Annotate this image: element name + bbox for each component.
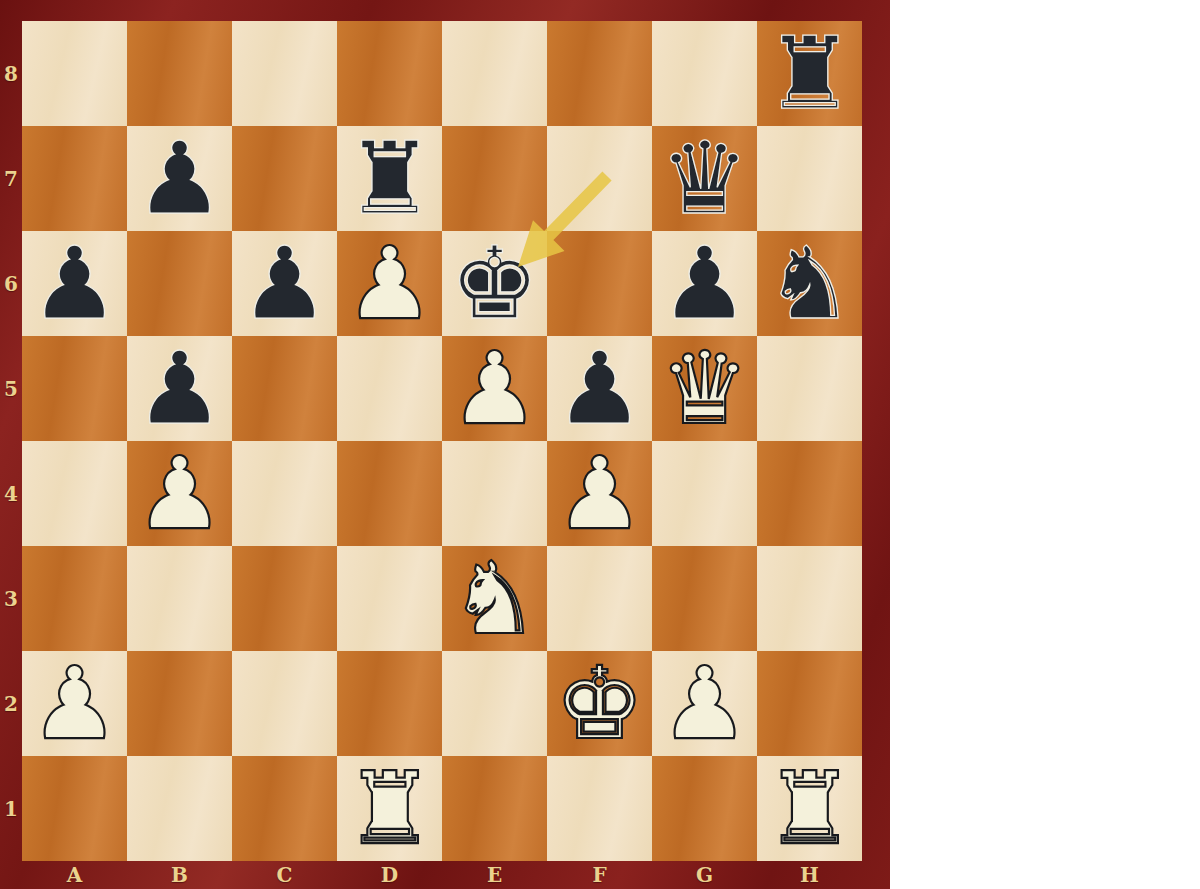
black-queen: ♛ — [660, 126, 750, 231]
file-label-d: D — [337, 861, 442, 889]
rank-label-5: 5 — [0, 336, 22, 441]
square-g8[interactable] — [652, 21, 757, 126]
rank-label-6: 6 — [0, 231, 22, 336]
board-grid: ♜♟♜♛♟♟♟♚♟♞♟♟♟♛♟♟♞♟♚♟♜♜ — [22, 21, 862, 861]
rank-label-3: 3 — [0, 546, 22, 651]
white-rook: ♜ — [345, 756, 435, 861]
square-c7[interactable] — [232, 126, 337, 231]
white-king: ♚ — [555, 651, 645, 756]
square-b4[interactable]: ♟ — [127, 441, 232, 546]
black-rook: ♜ — [765, 21, 855, 126]
square-e1[interactable] — [442, 756, 547, 861]
rank-label-1: 1 — [0, 756, 22, 861]
square-h8[interactable]: ♜ — [757, 21, 862, 126]
square-g5[interactable]: ♛ — [652, 336, 757, 441]
white-pawn: ♟ — [555, 441, 645, 546]
square-g4[interactable] — [652, 441, 757, 546]
white-rook: ♜ — [765, 756, 855, 861]
square-b8[interactable] — [127, 21, 232, 126]
square-g7[interactable]: ♛ — [652, 126, 757, 231]
white-pawn: ♟ — [660, 651, 750, 756]
square-a8[interactable] — [22, 21, 127, 126]
square-b6[interactable] — [127, 231, 232, 336]
rank-label-2: 2 — [0, 651, 22, 756]
square-f7[interactable] — [547, 126, 652, 231]
square-b2[interactable] — [127, 651, 232, 756]
file-label-c: C — [232, 861, 337, 889]
square-c2[interactable] — [232, 651, 337, 756]
square-c5[interactable] — [232, 336, 337, 441]
square-g3[interactable] — [652, 546, 757, 651]
square-d2[interactable] — [337, 651, 442, 756]
square-b5[interactable]: ♟ — [127, 336, 232, 441]
square-h5[interactable] — [757, 336, 862, 441]
rank-label-8: 8 — [0, 21, 22, 126]
black-pawn: ♟ — [135, 126, 225, 231]
square-h2[interactable] — [757, 651, 862, 756]
square-b3[interactable] — [127, 546, 232, 651]
white-pawn: ♟ — [135, 441, 225, 546]
black-pawn: ♟ — [240, 231, 330, 336]
square-f1[interactable] — [547, 756, 652, 861]
black-king: ♚ — [450, 231, 540, 336]
square-h3[interactable] — [757, 546, 862, 651]
square-d8[interactable] — [337, 21, 442, 126]
square-d6[interactable]: ♟ — [337, 231, 442, 336]
square-h4[interactable] — [757, 441, 862, 546]
white-pawn: ♟ — [30, 651, 120, 756]
square-c6[interactable]: ♟ — [232, 231, 337, 336]
square-h1[interactable]: ♜ — [757, 756, 862, 861]
square-b1[interactable] — [127, 756, 232, 861]
black-knight: ♞ — [765, 231, 855, 336]
square-g1[interactable] — [652, 756, 757, 861]
square-a2[interactable]: ♟ — [22, 651, 127, 756]
square-e8[interactable] — [442, 21, 547, 126]
square-e3[interactable]: ♞ — [442, 546, 547, 651]
square-g6[interactable]: ♟ — [652, 231, 757, 336]
square-f6[interactable] — [547, 231, 652, 336]
square-e2[interactable] — [442, 651, 547, 756]
file-label-g: G — [652, 861, 757, 889]
square-d5[interactable] — [337, 336, 442, 441]
white-pawn: ♟ — [450, 336, 540, 441]
black-pawn: ♟ — [660, 231, 750, 336]
file-label-h: H — [757, 861, 862, 889]
square-e5[interactable]: ♟ — [442, 336, 547, 441]
square-d1[interactable]: ♜ — [337, 756, 442, 861]
square-f4[interactable]: ♟ — [547, 441, 652, 546]
square-b7[interactable]: ♟ — [127, 126, 232, 231]
file-label-e: E — [442, 861, 547, 889]
square-a1[interactable] — [22, 756, 127, 861]
square-a6[interactable]: ♟ — [22, 231, 127, 336]
square-a7[interactable] — [22, 126, 127, 231]
square-e7[interactable] — [442, 126, 547, 231]
square-f5[interactable]: ♟ — [547, 336, 652, 441]
chess-board: ♜♟♜♛♟♟♟♚♟♞♟♟♟♛♟♟♞♟♚♟♜♜ 87654321ABCDEFGH — [0, 0, 890, 889]
square-g2[interactable]: ♟ — [652, 651, 757, 756]
square-d4[interactable] — [337, 441, 442, 546]
file-label-f: F — [547, 861, 652, 889]
white-queen: ♛ — [660, 336, 750, 441]
square-d7[interactable]: ♜ — [337, 126, 442, 231]
square-c3[interactable] — [232, 546, 337, 651]
square-c8[interactable] — [232, 21, 337, 126]
square-f3[interactable] — [547, 546, 652, 651]
file-label-b: B — [127, 861, 232, 889]
square-a4[interactable] — [22, 441, 127, 546]
rank-label-7: 7 — [0, 126, 22, 231]
square-c4[interactable] — [232, 441, 337, 546]
square-f2[interactable]: ♚ — [547, 651, 652, 756]
square-h7[interactable] — [757, 126, 862, 231]
black-pawn: ♟ — [135, 336, 225, 441]
square-e4[interactable] — [442, 441, 547, 546]
square-a3[interactable] — [22, 546, 127, 651]
black-rook: ♜ — [345, 126, 435, 231]
white-knight: ♞ — [450, 546, 540, 651]
square-e6[interactable]: ♚ — [442, 231, 547, 336]
white-pawn: ♟ — [345, 231, 435, 336]
page: ♜♟♜♛♟♟♟♚♟♞♟♟♟♛♟♟♞♟♚♟♜♜ 87654321ABCDEFGH — [0, 0, 1200, 889]
square-a5[interactable] — [22, 336, 127, 441]
square-d3[interactable] — [337, 546, 442, 651]
black-pawn: ♟ — [555, 336, 645, 441]
file-label-a: A — [22, 861, 127, 889]
square-c1[interactable] — [232, 756, 337, 861]
square-f8[interactable] — [547, 21, 652, 126]
rank-label-4: 4 — [0, 441, 22, 546]
square-h6[interactable]: ♞ — [757, 231, 862, 336]
black-pawn: ♟ — [30, 231, 120, 336]
